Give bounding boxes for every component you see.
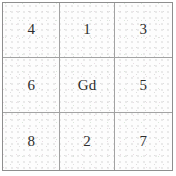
cell-r3c1: 8: [3, 113, 60, 170]
cell-r1c2: 1: [60, 3, 114, 58]
cell-value: 8: [27, 134, 35, 149]
cell-value: Gd: [78, 78, 96, 93]
grid-board: 4 1 3 6 Gd 5 8 2 7: [2, 2, 173, 171]
cell-r1c3: 3: [115, 3, 172, 58]
cell-r2c3: 5: [115, 58, 172, 114]
cell-value: 2: [83, 134, 91, 149]
cell-value: 7: [140, 134, 148, 149]
cell-r2c1: 6: [3, 58, 60, 114]
cell-value: 3: [140, 22, 148, 37]
cell-r3c3: 7: [115, 113, 172, 170]
cell-value: 4: [27, 22, 35, 37]
cell-value: 5: [140, 78, 148, 93]
cell-r1c1: 4: [3, 3, 60, 58]
cell-value: 1: [83, 22, 91, 37]
cell-r2c2-center-gd: Gd: [60, 58, 114, 114]
cell-r3c2: 2: [60, 113, 114, 170]
cell-value: 6: [27, 78, 35, 93]
